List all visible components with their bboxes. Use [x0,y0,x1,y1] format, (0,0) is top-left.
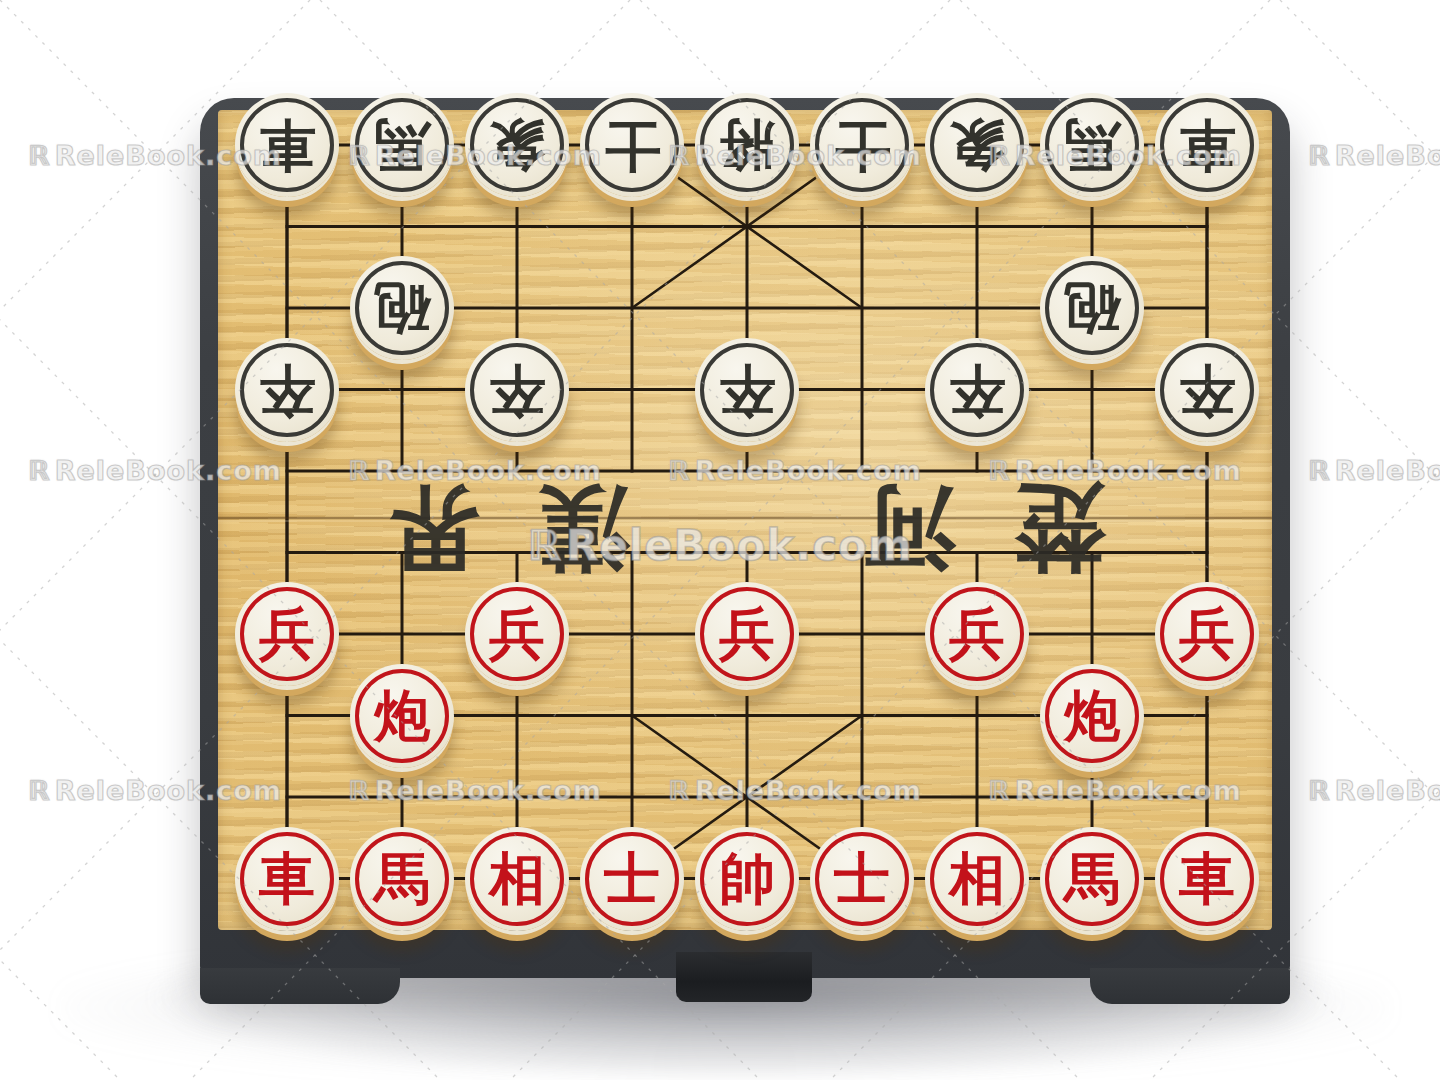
piece-black-soldier[interactable]: 卒 [465,338,569,442]
piece-character: 兵 [719,606,775,662]
piece-character: 卒 [719,362,775,418]
piece-character: 將 [719,117,775,173]
piece-red-soldier[interactable]: 兵 [925,582,1029,686]
piece-character: 砲 [374,280,430,336]
piece-red-elephant[interactable]: 相 [925,827,1029,931]
piece-character: 卒 [259,362,315,418]
piece-black-soldier[interactable]: 卒 [695,338,799,442]
piece-character: 相 [949,851,1005,907]
piece-red-soldier[interactable]: 兵 [1155,582,1259,686]
piece-character: 炮 [1064,688,1120,744]
piece-black-chariot[interactable]: 車 [1155,93,1259,197]
piece-red-chariot[interactable]: 車 [235,827,339,931]
piece-character: 馬 [374,851,430,907]
piece-character: 象 [489,117,545,173]
piece-black-cannon[interactable]: 砲 [350,256,454,360]
piece-red-chariot[interactable]: 車 [1155,827,1259,931]
piece-black-general[interactable]: 將 [695,93,799,197]
piece-black-advisor[interactable]: 士 [810,93,914,197]
piece-black-horse[interactable]: 馬 [350,93,454,197]
piece-black-cannon[interactable]: 砲 [1040,256,1144,360]
piece-red-soldier[interactable]: 兵 [235,582,339,686]
piece-character: 卒 [489,362,545,418]
piece-red-horse[interactable]: 馬 [1040,827,1144,931]
piece-character: 象 [949,117,1005,173]
piece-red-soldier[interactable]: 兵 [465,582,569,686]
piece-red-soldier[interactable]: 兵 [695,582,799,686]
piece-character: 兵 [1179,606,1235,662]
piece-black-elephant[interactable]: 象 [925,93,1029,197]
piece-character: 車 [1179,117,1235,173]
piece-character: 炮 [374,688,430,744]
piece-black-soldier[interactable]: 卒 [925,338,1029,442]
piece-character: 馬 [374,117,430,173]
piece-character: 馬 [1064,117,1120,173]
piece-black-horse[interactable]: 馬 [1040,93,1144,197]
piece-character: 車 [1179,851,1235,907]
piece-character: 士 [834,851,890,907]
piece-black-soldier[interactable]: 卒 [1155,338,1259,442]
piece-red-horse[interactable]: 馬 [350,827,454,931]
piece-red-advisor[interactable]: 士 [580,827,684,931]
piece-black-advisor[interactable]: 士 [580,93,684,197]
piece-character: 車 [259,851,315,907]
piece-black-elephant[interactable]: 象 [465,93,569,197]
piece-black-chariot[interactable]: 車 [235,93,339,197]
piece-character: 兵 [489,606,545,662]
piece-black-soldier[interactable]: 卒 [235,338,339,442]
piece-character: 相 [489,851,545,907]
piece-red-elephant[interactable]: 相 [465,827,569,931]
piece-character: 士 [834,117,890,173]
piece-character: 兵 [259,606,315,662]
piece-character: 卒 [1179,362,1235,418]
pieces-layer: 車馬象士將士象馬車砲砲卒卒卒卒卒兵兵兵兵兵炮炮車馬相士帥士相馬車 [0,0,1440,1080]
piece-character: 士 [604,851,660,907]
piece-character: 兵 [949,606,1005,662]
piece-red-general[interactable]: 帥 [695,827,799,931]
piece-character: 砲 [1064,280,1120,336]
piece-red-cannon[interactable]: 炮 [1040,664,1144,768]
piece-character: 帥 [719,851,775,907]
scene: 漢界 楚河 車馬象士將士象馬車砲砲卒卒卒卒卒兵兵兵兵兵炮炮車馬相士帥士相馬車 ℝ… [0,0,1440,1080]
piece-character: 卒 [949,362,1005,418]
piece-character: 車 [259,117,315,173]
piece-character: 士 [604,117,660,173]
piece-red-advisor[interactable]: 士 [810,827,914,931]
piece-character: 馬 [1064,851,1120,907]
piece-red-cannon[interactable]: 炮 [350,664,454,768]
